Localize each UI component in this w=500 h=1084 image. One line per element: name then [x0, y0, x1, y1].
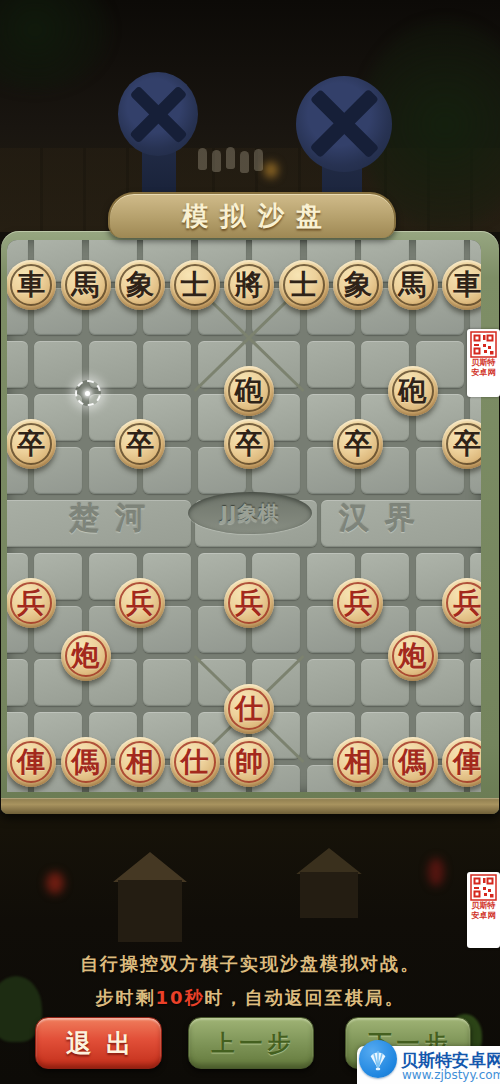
last-move-origin-marker [75, 380, 101, 406]
piece-black-horse[interactable]: 馬 [388, 260, 438, 310]
qr-caption-line1: 贝斯特 [472, 358, 496, 368]
pale-piece-decoration [198, 148, 207, 170]
piece-black-chariot[interactable]: 車 [7, 260, 56, 310]
sandbox-screen: 楚河 JJ象棋 汉界 車馬象士將士象馬車砲砲卒卒卒卒卒兵兵兵兵兵炮炮仕俥傌相仕帥… [0, 0, 500, 1084]
hut-body-decoration [300, 872, 358, 918]
piece-red-general[interactable]: 帥 [224, 737, 274, 787]
windmill-icon [296, 76, 392, 172]
piece-red-horse[interactable]: 傌 [61, 737, 111, 787]
piece-black-soldier[interactable]: 卒 [115, 419, 165, 469]
page-title-banner: 模拟沙盘 [108, 192, 396, 238]
qr-caption-line2: 安卓网 [472, 911, 496, 921]
watermark-logo-circle [359, 1040, 397, 1078]
windmill-icon [118, 72, 198, 156]
hut-roof-decoration [290, 848, 368, 874]
watermark-site-url: www.zjbstyy.com [402, 1068, 500, 1082]
board-bottom-edge [1, 798, 499, 814]
piece-character: 相 [344, 748, 372, 776]
piece-character: 卒 [344, 430, 372, 458]
piece-character: 兵 [344, 589, 372, 617]
piece-black-elephant[interactable]: 象 [115, 260, 165, 310]
qr-caption-line2: 安卓网 [472, 368, 496, 378]
piece-character: 將 [235, 271, 263, 299]
pale-piece-decoration [240, 151, 249, 173]
qr-watermark: 贝斯特 安卓网 [467, 872, 500, 948]
piece-black-elephant[interactable]: 象 [333, 260, 383, 310]
piece-red-horse[interactable]: 傌 [388, 737, 438, 787]
river-logo-plaque: JJ象棋 [188, 492, 312, 534]
previous-step-button[interactable]: 上一步 [188, 1017, 314, 1069]
piece-red-advisor[interactable]: 仕 [170, 737, 220, 787]
piece-character: 車 [17, 271, 45, 299]
piece-character: 士 [290, 271, 318, 299]
piece-character: 炮 [72, 642, 100, 670]
piece-character: 兵 [126, 589, 154, 617]
piece-character: 砲 [235, 377, 263, 405]
piece-character: 卒 [126, 430, 154, 458]
piece-black-advisor[interactable]: 士 [170, 260, 220, 310]
red-flag-decoration [428, 858, 444, 886]
qr-code-icon [470, 874, 497, 901]
piece-character: 傌 [399, 748, 427, 776]
shell-logo-icon [365, 1046, 391, 1072]
piece-character: 象 [126, 271, 154, 299]
piece-red-elephant[interactable]: 相 [115, 737, 165, 787]
piece-character: 仕 [235, 695, 263, 723]
piece-character: 俥 [17, 748, 45, 776]
piece-character: 炮 [399, 642, 427, 670]
site-watermark: 贝斯特安卓网 www.zjbstyy.com [357, 1046, 500, 1084]
piece-character: 帥 [235, 748, 263, 776]
qr-caption-line1: 贝斯特 [472, 901, 496, 911]
piece-character: 象 [344, 271, 372, 299]
board-panel: 楚河 JJ象棋 汉界 車馬象士將士象馬車砲砲卒卒卒卒卒兵兵兵兵兵炮炮仕俥傌相仕帥… [1, 231, 499, 814]
river-logo-text: JJ象棋 [221, 500, 280, 527]
piece-black-cannon[interactable]: 砲 [388, 366, 438, 416]
tip-line-2: 步时剩10秒时，自动返回至棋局。 [0, 986, 500, 1010]
piece-black-horse[interactable]: 馬 [61, 260, 111, 310]
river-label-right: 汉界 [339, 498, 431, 539]
pale-piece-decoration [254, 149, 263, 171]
piece-character: 馬 [72, 271, 100, 299]
piece-red-chariot[interactable]: 俥 [7, 737, 56, 787]
qr-watermark: 贝斯特 安卓网 [467, 329, 500, 397]
piece-character: 車 [453, 271, 481, 299]
hut-body-decoration [118, 880, 182, 942]
page-title: 模拟沙盘 [170, 199, 334, 234]
piece-character: 卒 [17, 430, 45, 458]
piece-black-soldier[interactable]: 卒 [224, 419, 274, 469]
piece-red-soldier[interactable]: 兵 [333, 578, 383, 628]
pale-piece-decoration [226, 147, 235, 169]
piece-red-soldier[interactable]: 兵 [224, 578, 274, 628]
piece-red-cannon[interactable]: 炮 [388, 631, 438, 681]
piece-character: 俥 [453, 748, 481, 776]
piece-red-soldier[interactable]: 兵 [115, 578, 165, 628]
red-lantern-decoration [46, 872, 64, 894]
piece-red-cannon[interactable]: 炮 [61, 631, 111, 681]
piece-character: 仕 [181, 748, 209, 776]
piece-character: 卒 [453, 430, 481, 458]
piece-black-soldier[interactable]: 卒 [333, 419, 383, 469]
piece-character: 卒 [235, 430, 263, 458]
lantern-glow-decoration [264, 162, 278, 178]
pale-piece-decoration [212, 150, 221, 172]
piece-character: 傌 [72, 748, 100, 776]
tip-line-2-suffix: 时，自动返回至棋局。 [205, 987, 405, 1008]
piece-red-advisor[interactable]: 仕 [224, 684, 274, 734]
piece-character: 兵 [17, 589, 45, 617]
tip-line-2-prefix: 步时剩 [95, 987, 155, 1008]
tree-foliage-decoration [0, 0, 110, 90]
piece-character: 馬 [399, 271, 427, 299]
piece-black-advisor[interactable]: 士 [279, 260, 329, 310]
piece-black-cannon[interactable]: 砲 [224, 366, 274, 416]
piece-black-general[interactable]: 將 [224, 260, 274, 310]
piece-character: 砲 [399, 377, 427, 405]
piece-character: 相 [126, 748, 154, 776]
piece-character: 士 [181, 271, 209, 299]
piece-character: 兵 [235, 589, 263, 617]
piece-red-soldier[interactable]: 兵 [7, 578, 56, 628]
qr-code-icon [470, 331, 497, 358]
piece-red-elephant[interactable]: 相 [333, 737, 383, 787]
tip-line-1: 自行操控双方棋子实现沙盘模拟对战。 [0, 952, 500, 976]
tip-countdown-highlight: 10秒 [155, 987, 204, 1008]
river-label-left: 楚河 [69, 498, 161, 539]
xiangqi-board[interactable]: 楚河 JJ象棋 汉界 車馬象士將士象馬車砲砲卒卒卒卒卒兵兵兵兵兵炮炮仕俥傌相仕帥… [7, 240, 481, 792]
hut-roof-decoration [106, 852, 194, 882]
piece-black-soldier[interactable]: 卒 [7, 419, 56, 469]
piece-character: 兵 [453, 589, 481, 617]
exit-button[interactable]: 退出 [35, 1017, 162, 1069]
